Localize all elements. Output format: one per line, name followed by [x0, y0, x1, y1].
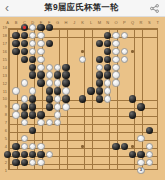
stone-white-P15 [121, 56, 128, 63]
stone-black-M13 [96, 71, 103, 78]
move-number-label: 3 [140, 168, 142, 172]
nav-bar: ‹ 第9届应氏杯第一轮 [0, 0, 165, 17]
share-icon[interactable] [148, 2, 160, 14]
stone-white-E15 [37, 56, 44, 63]
stone-black-E19 [37, 24, 44, 31]
stone-white-E2 [37, 159, 44, 166]
stone-black-G11 [54, 87, 61, 94]
stone-white-N11 [104, 87, 111, 94]
stone-black-C8 [21, 111, 28, 118]
stone-white-G10 [54, 95, 61, 102]
stone-white-G8 [54, 111, 61, 118]
col-label-H: H [62, 20, 70, 25]
stone-black-R9 [137, 103, 144, 110]
stone-white-C12 [21, 79, 28, 86]
row-label-14: 14 [0, 65, 7, 70]
row-label-9: 9 [0, 104, 7, 109]
stone-white-E4 [37, 143, 44, 150]
col-label-L: L [87, 20, 95, 25]
last-move-marker [23, 26, 26, 29]
row-label-1: 1 [0, 168, 7, 173]
stone-white-O18 [112, 32, 119, 39]
col-label-T: T [154, 20, 162, 25]
col-label-K: K [79, 20, 87, 25]
stone-black-D9 [29, 103, 36, 110]
stone-black-F11 [46, 87, 53, 94]
row-label-17: 17 [0, 41, 7, 46]
star-point-Q16 [131, 50, 133, 52]
stone-white-B9 [12, 103, 19, 110]
col-label-Q: Q [129, 20, 137, 25]
stone-black-M10 [96, 95, 103, 102]
stone-black-L11 [87, 87, 94, 94]
stone-white-E18 [37, 32, 44, 39]
stone-white-M14 [96, 64, 103, 71]
row-label-12: 12 [0, 81, 7, 86]
stone-black-C17 [21, 40, 28, 47]
row-label-2: 2 [0, 160, 7, 165]
stone-black-M11 [96, 87, 103, 94]
stone-black-B18 [12, 32, 19, 39]
share-icon-glyph [150, 4, 159, 13]
stone-black-Q10 [129, 95, 136, 102]
stone-white-C10 [21, 95, 28, 102]
stone-black-M12 [96, 79, 103, 86]
stone-white-P16 [121, 48, 128, 55]
stone-black-B17 [12, 40, 19, 47]
stone-black-H12 [62, 79, 69, 86]
stone-black-D10 [29, 95, 36, 102]
stone-white-H9 [62, 103, 69, 110]
stone-black-F10 [46, 95, 53, 102]
stone-black-E3 [37, 151, 44, 158]
stone-black-B3 [12, 151, 19, 158]
stone-white-R5 [137, 135, 144, 142]
stone-black-O4 [112, 143, 119, 150]
col-label-M: M [95, 20, 103, 25]
stone-white-R1: 3 [137, 167, 144, 174]
stone-black-F9 [46, 103, 53, 110]
stone-black-K10 [79, 95, 86, 102]
row-label-13: 13 [0, 73, 7, 78]
page-title: 第9届应氏杯第一轮 [15, 2, 148, 14]
stone-white-O12 [112, 79, 119, 86]
stone-black-M15 [96, 56, 103, 63]
col-label-P: P [120, 20, 128, 25]
stone-white-F13 [46, 71, 53, 78]
stone-white-D11 [29, 87, 36, 94]
col-label-G: G [54, 20, 62, 25]
stone-black-B4 [12, 143, 19, 150]
stone-black-C16 [21, 48, 28, 55]
row-label-4: 4 [0, 144, 7, 149]
row-label-5: 5 [0, 136, 7, 141]
star-point-Q4 [131, 145, 133, 147]
stone-white-N10 [104, 95, 111, 102]
stone-white-P18 [121, 32, 128, 39]
stone-black-C15 [21, 56, 28, 63]
stone-white-H11 [62, 87, 69, 94]
stone-white-R2 [137, 159, 144, 166]
stone-black-M17 [96, 40, 103, 47]
row-label-18: 18 [0, 33, 7, 38]
stone-black-E13 [37, 71, 44, 78]
col-label-J: J [70, 20, 78, 25]
stone-white-E14 [37, 64, 44, 71]
col-label-B: B [12, 20, 20, 25]
row-label-8: 8 [0, 112, 7, 117]
col-label-O: O [112, 20, 120, 25]
row-label-19: 19 [0, 25, 7, 30]
stone-black-D8 [29, 111, 36, 118]
stone-white-O17 [112, 40, 119, 47]
stone-black-B16 [12, 48, 19, 55]
row-label-15: 15 [0, 57, 7, 62]
stone-black-F17 [46, 40, 53, 47]
row-label-11: 11 [0, 89, 7, 94]
stone-white-O16 [112, 48, 119, 55]
row-label-10: 10 [0, 96, 7, 101]
back-button[interactable]: ‹ [5, 1, 15, 16]
stone-white-B8 [12, 111, 19, 118]
stone-white-F12 [46, 79, 53, 86]
stone-black-H10 [62, 95, 69, 102]
col-label-R: R [137, 20, 145, 25]
stone-white-O14 [112, 64, 119, 71]
stone-white-E16 [37, 48, 44, 55]
stone-white-G9 [54, 103, 61, 110]
star-point-K4 [81, 145, 83, 147]
stone-black-H13 [62, 71, 69, 78]
stone-white-O15 [112, 56, 119, 63]
stone-black-E8 [37, 111, 44, 118]
col-label-S: S [145, 20, 153, 25]
stone-white-E17 [37, 40, 44, 47]
stone-white-O13 [112, 71, 119, 78]
go-board[interactable]: ABCDEFGHJKLMNOPQRST191817161514131211109… [0, 17, 165, 180]
row-label-7: 7 [0, 120, 7, 125]
stone-white-B11 [12, 87, 19, 94]
stone-black-R3 [137, 151, 144, 158]
stone-black-C9 [21, 103, 28, 110]
stone-black-H14 [62, 64, 69, 71]
col-label-N: N [104, 20, 112, 25]
row-label-16: 16 [0, 49, 7, 54]
stone-black-B2 [12, 159, 19, 166]
star-point-K16 [81, 50, 83, 52]
stone-black-Q8 [129, 111, 136, 118]
row-label-6: 6 [0, 128, 7, 133]
stone-black-E12 [37, 79, 44, 86]
stone-white-F14 [46, 64, 53, 71]
